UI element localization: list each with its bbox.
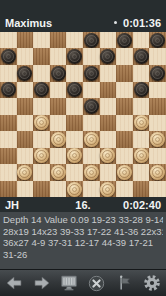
- black-man-piece[interactable]: [1, 49, 16, 64]
- stop-engine-button[interactable]: [83, 270, 111, 296]
- black-man-piece[interactable]: [84, 33, 99, 48]
- board-cell: [33, 98, 50, 115]
- board-cell[interactable]: [33, 48, 50, 65]
- board-cell[interactable]: [100, 148, 117, 165]
- board-cell: [149, 181, 166, 198]
- board-cell: [17, 181, 34, 198]
- black-man-piece[interactable]: [84, 99, 99, 114]
- board-cell: [0, 98, 17, 115]
- board-cell: [100, 98, 117, 115]
- board-cell[interactable]: [50, 65, 67, 82]
- board-cell: [149, 48, 166, 65]
- black-man-piece[interactable]: [150, 33, 165, 48]
- board-cell[interactable]: [83, 65, 100, 82]
- board-cell[interactable]: [83, 98, 100, 115]
- board-cell: [116, 48, 133, 65]
- maximus-draughts-app: Maximus 0:01:36 JH 16. 0:02:40 Depth 14 …: [0, 0, 166, 296]
- white-man-piece[interactable]: [150, 165, 165, 180]
- board-cell: [50, 115, 67, 132]
- board-cell[interactable]: [100, 181, 117, 198]
- board-cell[interactable]: [17, 65, 34, 82]
- board-cell: [33, 32, 50, 49]
- top-clock-group: 0:01:36: [114, 17, 161, 29]
- white-man-piece[interactable]: [84, 165, 99, 180]
- next-move-button[interactable]: [28, 270, 56, 296]
- board-cell: [0, 164, 17, 181]
- settings-button[interactable]: [138, 270, 166, 296]
- board-cell: [50, 82, 67, 99]
- analysis-panel: Depth 14 Value 0.09 19-23 33-28 9-1428x1…: [0, 212, 166, 269]
- board-cell[interactable]: [133, 115, 150, 132]
- board-cell[interactable]: [116, 98, 133, 115]
- board-cell: [133, 32, 150, 49]
- board-cell[interactable]: [149, 32, 166, 49]
- engine-button[interactable]: [55, 270, 83, 296]
- white-man-piece[interactable]: [67, 148, 82, 163]
- board-cell: [66, 131, 83, 148]
- board-cell[interactable]: [66, 181, 83, 198]
- black-man-piece[interactable]: [51, 66, 66, 81]
- board-cell: [149, 115, 166, 132]
- board-cell: [17, 115, 34, 132]
- white-man-piece[interactable]: [100, 182, 115, 197]
- analysis-line: Depth 14 Value 0.09 19-23 33-28 9-14: [3, 214, 163, 226]
- board-cell: [133, 98, 150, 115]
- board-cell[interactable]: [50, 164, 67, 181]
- black-man-piece[interactable]: [150, 66, 165, 81]
- black-man-piece[interactable]: [1, 82, 16, 97]
- board-cell[interactable]: [50, 32, 67, 49]
- board-cell: [100, 65, 117, 82]
- board-cell[interactable]: [0, 48, 17, 65]
- white-man-piece[interactable]: [67, 182, 82, 197]
- board-cell[interactable]: [50, 98, 67, 115]
- board-cell[interactable]: [149, 164, 166, 181]
- white-man-piece[interactable]: [34, 148, 49, 163]
- black-man-piece[interactable]: [34, 82, 49, 97]
- opponent-name: Maximus: [5, 17, 52, 29]
- board-cell[interactable]: [17, 131, 34, 148]
- board-cell[interactable]: [0, 181, 17, 198]
- board-cell: [149, 82, 166, 99]
- board-cell: [17, 82, 34, 99]
- board-cell[interactable]: [66, 148, 83, 165]
- board-cell[interactable]: [83, 32, 100, 49]
- circle-x-icon: [88, 275, 105, 292]
- board-cell: [83, 48, 100, 65]
- status-bar: JH 16. 0:02:40: [0, 197, 166, 212]
- board-cell: [50, 148, 67, 165]
- white-man-piece[interactable]: [17, 165, 32, 180]
- board-cell[interactable]: [33, 82, 50, 99]
- black-man-piece[interactable]: [67, 82, 82, 97]
- board-cell[interactable]: [17, 98, 34, 115]
- board-cell: [33, 65, 50, 82]
- analysis-line: 31-26: [3, 249, 163, 261]
- board-cell[interactable]: [66, 82, 83, 99]
- analysis-line: 28x19 14x23 39-33 17-22 41-36 22x31: [3, 226, 163, 238]
- white-man-piece[interactable]: [134, 115, 149, 130]
- board-cell[interactable]: [133, 148, 150, 165]
- board-cell[interactable]: [66, 48, 83, 65]
- black-man-piece[interactable]: [134, 82, 149, 97]
- board-cell: [50, 181, 67, 198]
- monitor-icon: [60, 275, 78, 291]
- board-cell[interactable]: [149, 65, 166, 82]
- board-cell: [149, 148, 166, 165]
- white-man-piece[interactable]: [150, 132, 165, 147]
- board-cell: [100, 131, 117, 148]
- move-number: 16.: [75, 199, 90, 211]
- board-cell: [133, 131, 150, 148]
- white-man-piece[interactable]: [51, 165, 66, 180]
- turn-indicator-dot: [114, 21, 117, 24]
- black-man-piece[interactable]: [117, 33, 132, 48]
- right-arrow-icon: [34, 276, 50, 290]
- flag-icon: [117, 275, 132, 291]
- black-man-piece[interactable]: [84, 66, 99, 81]
- board-cell: [83, 82, 100, 99]
- title-bar: Maximus 0:01:36: [0, 0, 166, 32]
- black-man-piece[interactable]: [17, 66, 32, 81]
- board-cell: [0, 131, 17, 148]
- board-cell: [33, 164, 50, 181]
- board-cell: [17, 148, 34, 165]
- board-cell[interactable]: [0, 82, 17, 99]
- toolbar: [0, 269, 166, 296]
- draughts-board[interactable]: [0, 32, 166, 197]
- board-cell[interactable]: [0, 115, 17, 132]
- black-man-piece[interactable]: [134, 49, 149, 64]
- board-cell: [133, 164, 150, 181]
- top-clock: 0:01:36: [123, 17, 161, 29]
- white-man-piece[interactable]: [34, 115, 49, 130]
- board-cell[interactable]: [149, 98, 166, 115]
- board-cell[interactable]: [116, 65, 133, 82]
- board-cell: [50, 48, 67, 65]
- board-cell[interactable]: [100, 82, 117, 99]
- board-cell: [17, 48, 34, 65]
- board-cell: [83, 148, 100, 165]
- white-man-piece[interactable]: [100, 148, 115, 163]
- board-cell[interactable]: [83, 164, 100, 181]
- white-man-piece[interactable]: [117, 165, 132, 180]
- board-cell[interactable]: [116, 32, 133, 49]
- board-cell[interactable]: [0, 148, 17, 165]
- gear-icon: [143, 274, 161, 292]
- board-cell: [0, 65, 17, 82]
- board-cell: [116, 181, 133, 198]
- white-man-piece[interactable]: [134, 148, 149, 163]
- board-cell: [66, 32, 83, 49]
- board-cell[interactable]: [33, 148, 50, 165]
- board-cell: [66, 164, 83, 181]
- board-cell[interactable]: [66, 115, 83, 132]
- board-cell: [100, 32, 117, 49]
- board-cell[interactable]: [116, 131, 133, 148]
- board-cell[interactable]: [17, 32, 34, 49]
- board-cell: [66, 98, 83, 115]
- board-cell[interactable]: [100, 48, 117, 65]
- board-cell[interactable]: [133, 48, 150, 65]
- bottom-clock: 0:02:40: [123, 199, 161, 211]
- black-man-piece[interactable]: [67, 49, 82, 64]
- board-cell[interactable]: [33, 115, 50, 132]
- flag-button[interactable]: [111, 270, 139, 296]
- board-cell: [83, 181, 100, 198]
- left-arrow-icon: [6, 276, 22, 290]
- white-man-piece[interactable]: [51, 132, 66, 147]
- board-cell: [116, 82, 133, 99]
- analysis-line: 36x27 4-9 37-31 12-17 44-39 17-21: [3, 237, 163, 249]
- board-cell[interactable]: [100, 115, 117, 132]
- prev-move-button[interactable]: [0, 270, 28, 296]
- white-man-piece[interactable]: [84, 132, 99, 147]
- board-cell: [66, 65, 83, 82]
- board-cell[interactable]: [133, 181, 150, 198]
- black-man-piece[interactable]: [100, 49, 115, 64]
- board-cell[interactable]: [50, 131, 67, 148]
- board-cell: [100, 164, 117, 181]
- board-cell: [33, 131, 50, 148]
- board-cell[interactable]: [83, 131, 100, 148]
- board-cell[interactable]: [33, 181, 50, 198]
- board-cell[interactable]: [149, 131, 166, 148]
- board-cell[interactable]: [17, 164, 34, 181]
- board-cell: [83, 115, 100, 132]
- board-cell: [116, 115, 133, 132]
- board-cell: [0, 32, 17, 49]
- board-cell: [116, 148, 133, 165]
- board-cell[interactable]: [133, 82, 150, 99]
- board-cell: [133, 65, 150, 82]
- player-name: JH: [5, 199, 19, 211]
- board-cell[interactable]: [116, 164, 133, 181]
